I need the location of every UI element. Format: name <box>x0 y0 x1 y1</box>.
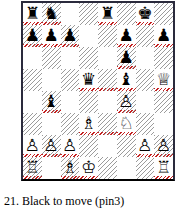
square-f1 <box>117 157 136 179</box>
square-e6 <box>98 47 117 69</box>
white-pawn-f4: ♙ <box>119 93 134 110</box>
square-b2: ♙ <box>42 135 61 157</box>
spellcheck-squiggle <box>117 132 136 135</box>
black-pawn-a7: ♟ <box>25 27 40 44</box>
square-c2: ♙ <box>61 135 80 157</box>
black-rook-a8: ♜ <box>25 5 40 22</box>
spellcheck-squiggle <box>117 44 136 47</box>
white-pawn-c2: ♙ <box>62 137 77 154</box>
square-c8 <box>61 3 80 25</box>
square-h3 <box>154 113 173 135</box>
square-a1: ♖ <box>23 157 42 179</box>
square-d6 <box>79 47 98 69</box>
black-knight-b8: ♞ <box>44 5 59 22</box>
spellcheck-squiggle <box>23 22 42 25</box>
square-e7 <box>98 25 117 47</box>
spellcheck-squiggle <box>42 110 61 113</box>
square-h4 <box>154 91 173 113</box>
black-bishop-f5: ♝ <box>119 71 134 88</box>
spellcheck-squiggle <box>61 176 80 179</box>
square-c7: ♟ <box>61 25 80 47</box>
spellcheck-squiggle <box>23 154 42 157</box>
square-a5 <box>23 69 42 91</box>
square-e1 <box>98 157 117 179</box>
square-h7: ♟ <box>154 25 173 47</box>
square-c3 <box>61 113 80 135</box>
square-d1: ♔ <box>79 157 98 179</box>
square-d5: ♛ <box>79 69 98 91</box>
black-pawn-h7: ♟ <box>156 27 171 44</box>
square-a3 <box>23 113 42 135</box>
spellcheck-squiggle <box>79 88 98 91</box>
square-b1 <box>42 157 61 179</box>
white-king-d1: ♔ <box>81 159 96 176</box>
chess-board-grid: ♜♞♜♚♟♟♟♟♟♟♛♝♕♝♙♗♘♙♙♙♙♙♖♗♔♖ <box>23 3 173 179</box>
square-c1: ♗ <box>61 157 80 179</box>
spellcheck-squiggle <box>98 132 117 135</box>
square-h1: ♖ <box>154 157 173 179</box>
spellcheck-squiggle <box>23 176 42 179</box>
black-pawn-b7: ♟ <box>44 27 59 44</box>
square-b8: ♞ <box>42 3 61 25</box>
black-rook-e8: ♜ <box>100 5 115 22</box>
spellcheck-squiggle <box>61 44 80 47</box>
square-f8 <box>117 3 136 25</box>
square-c5 <box>61 69 80 91</box>
white-bishop-d3: ♗ <box>81 115 96 132</box>
square-a7: ♟ <box>23 25 42 47</box>
spellcheck-squiggle <box>117 66 136 69</box>
spellcheck-squiggle <box>42 154 61 157</box>
spellcheck-squiggle <box>23 44 42 47</box>
white-pawn-g2: ♙ <box>137 137 152 154</box>
black-pawn-c7: ♟ <box>62 27 77 44</box>
spellcheck-squiggle <box>154 44 173 47</box>
white-bishop-c1: ♗ <box>62 159 77 176</box>
square-b6 <box>42 47 61 69</box>
white-pawn-a2: ♙ <box>25 137 40 154</box>
spellcheck-squiggle <box>42 44 61 47</box>
square-a8: ♜ <box>23 3 42 25</box>
square-g5 <box>136 69 155 91</box>
square-f2 <box>117 135 136 157</box>
black-king-g8: ♚ <box>137 5 152 22</box>
square-b4: ♝ <box>42 91 61 113</box>
square-h8 <box>154 3 173 25</box>
square-b5 <box>42 69 61 91</box>
square-g2: ♙ <box>136 135 155 157</box>
spellcheck-squiggle <box>98 22 117 25</box>
white-pawn-b2: ♙ <box>44 137 59 154</box>
square-g8: ♚ <box>136 3 155 25</box>
white-rook-h1: ♖ <box>156 159 171 176</box>
square-h6 <box>154 47 173 69</box>
square-g6 <box>136 47 155 69</box>
square-c6 <box>61 47 80 69</box>
square-h5: ♕ <box>154 69 173 91</box>
black-pawn-f6: ♟ <box>119 49 134 66</box>
square-a6 <box>23 47 42 69</box>
square-f5: ♝ <box>117 69 136 91</box>
chess-board: ♜♞♜♚♟♟♟♟♟♟♛♝♕♝♙♗♘♙♙♙♙♙♖♗♔♖ <box>21 1 175 181</box>
square-a4 <box>23 91 42 113</box>
square-g4 <box>136 91 155 113</box>
black-queen-d5: ♛ <box>81 71 96 88</box>
square-b3 <box>42 113 61 135</box>
square-e2 <box>98 135 117 157</box>
black-bishop-b4: ♝ <box>44 93 59 110</box>
spellcheck-squiggle <box>136 22 155 25</box>
square-a2: ♙ <box>23 135 42 157</box>
square-f7: ♟ <box>117 25 136 47</box>
square-f3: ♘ <box>117 113 136 135</box>
white-rook-a1: ♖ <box>25 159 40 176</box>
black-pawn-f7: ♟ <box>119 27 134 44</box>
square-c4 <box>61 91 80 113</box>
square-e5 <box>98 69 117 91</box>
spellcheck-squiggle <box>136 154 155 157</box>
diagram-caption: 21. Black to move (pin3) <box>4 194 124 209</box>
square-d3: ♗ <box>79 113 98 135</box>
square-f6: ♟ <box>117 47 136 69</box>
square-d7 <box>79 25 98 47</box>
spellcheck-squiggle <box>61 154 80 157</box>
white-pawn-h2: ♙ <box>156 137 171 154</box>
square-d8 <box>79 3 98 25</box>
spellcheck-squiggle <box>154 154 173 157</box>
square-f4: ♙ <box>117 91 136 113</box>
square-e8: ♜ <box>98 3 117 25</box>
square-e4 <box>98 91 117 113</box>
square-g3 <box>136 113 155 135</box>
square-e3 <box>98 113 117 135</box>
square-b7: ♟ <box>42 25 61 47</box>
square-g1 <box>136 157 155 179</box>
square-h2: ♙ <box>154 135 173 157</box>
spellcheck-squiggle <box>42 22 61 25</box>
spellcheck-squiggle <box>154 176 173 179</box>
spellcheck-squiggle <box>79 176 98 179</box>
square-g7 <box>136 25 155 47</box>
white-queen-h5: ♕ <box>156 71 171 88</box>
spellcheck-squiggle <box>117 88 136 91</box>
spellcheck-squiggle <box>79 132 98 135</box>
spellcheck-squiggle <box>117 110 136 113</box>
white-knight-f3: ♘ <box>119 115 134 132</box>
spellcheck-squiggle <box>154 88 173 91</box>
spellcheck-squiggle <box>98 88 117 91</box>
square-d2 <box>79 135 98 157</box>
square-d4 <box>79 91 98 113</box>
